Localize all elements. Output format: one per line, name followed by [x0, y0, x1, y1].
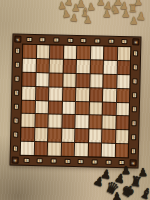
- square-a1[interactable]: [21, 142, 34, 155]
- border-ornament: §: [108, 39, 114, 44]
- square-h5[interactable]: [117, 89, 130, 102]
- square-b3[interactable]: [35, 114, 48, 127]
- square-a7[interactable]: [23, 59, 36, 72]
- square-c4[interactable]: [49, 101, 62, 114]
- border-ornament: §: [15, 62, 20, 68]
- square-g1[interactable]: [102, 144, 115, 157]
- square-c5[interactable]: [49, 87, 62, 100]
- square-a5[interactable]: [22, 86, 35, 99]
- square-h8[interactable]: [117, 47, 130, 60]
- square-d5[interactable]: [63, 87, 76, 100]
- square-b4[interactable]: [35, 101, 48, 114]
- square-f1[interactable]: [88, 143, 101, 156]
- square-h7[interactable]: [117, 61, 130, 74]
- square-g6[interactable]: [103, 74, 116, 87]
- border-ornament: §: [121, 39, 127, 44]
- border-ornament: §: [37, 158, 43, 163]
- white-pawn-offboard[interactable]: ♟: [133, 0, 143, 7]
- square-c7[interactable]: [50, 59, 63, 72]
- square-d3[interactable]: [62, 115, 75, 128]
- border-corner-ornament: ✳: [12, 157, 19, 164]
- square-c6[interactable]: [49, 73, 62, 86]
- square-f8[interactable]: [90, 46, 103, 59]
- square-g7[interactable]: [104, 61, 117, 74]
- black-pawn-offboard[interactable]: ♟: [112, 190, 123, 200]
- white-pawn-offboard[interactable]: ♟: [69, 12, 79, 24]
- square-a2[interactable]: [21, 128, 34, 141]
- border-ornament: §: [131, 134, 136, 140]
- border-ornament: §: [15, 48, 20, 54]
- border-ornament: §: [13, 132, 18, 138]
- square-f3[interactable]: [89, 116, 102, 129]
- square-c1[interactable]: [48, 143, 61, 156]
- square-d1[interactable]: [61, 143, 74, 156]
- square-b7[interactable]: [36, 59, 49, 72]
- border-ornament: §: [14, 104, 19, 110]
- border-ornament: §: [133, 64, 138, 70]
- border-ornament: §: [132, 78, 137, 84]
- square-b2[interactable]: [35, 128, 48, 141]
- square-c2[interactable]: [48, 129, 61, 142]
- border-ornament: §: [65, 159, 71, 164]
- square-d7[interactable]: [63, 60, 76, 73]
- square-b6[interactable]: [36, 73, 49, 86]
- square-e2[interactable]: [75, 129, 88, 142]
- border-ornament: §: [13, 118, 18, 124]
- square-h2[interactable]: [116, 130, 129, 143]
- square-d2[interactable]: [62, 129, 75, 142]
- border-ornament: §: [80, 38, 86, 43]
- border-ornament: §: [53, 37, 59, 42]
- square-h6[interactable]: [117, 75, 130, 88]
- square-c8[interactable]: [50, 45, 63, 58]
- square-e3[interactable]: [75, 115, 88, 128]
- square-d8[interactable]: [63, 46, 76, 59]
- square-h4[interactable]: [116, 102, 129, 115]
- border-ornament: §: [39, 37, 45, 42]
- border-ornament: §: [132, 92, 137, 98]
- square-e7[interactable]: [77, 60, 90, 73]
- square-a4[interactable]: [22, 100, 35, 113]
- border-ornament: §: [51, 158, 57, 163]
- square-g3[interactable]: [102, 116, 115, 129]
- square-h1[interactable]: [115, 144, 128, 157]
- border-ornament: §: [92, 159, 98, 164]
- square-f4[interactable]: [89, 102, 102, 115]
- square-g5[interactable]: [103, 88, 116, 101]
- square-c3[interactable]: [48, 115, 61, 128]
- square-b1[interactable]: [34, 142, 47, 155]
- square-a8[interactable]: [23, 45, 36, 58]
- chess-board: §§§§§§§§§§§§§§§§§§§§§§§§§§§§§§§§✳✳✳✳: [11, 35, 141, 168]
- square-d6[interactable]: [63, 73, 76, 86]
- border-ornament: §: [133, 50, 138, 56]
- white-pawn-offboard[interactable]: ♟: [130, 15, 139, 26]
- board-grid: [20, 44, 132, 158]
- border-ornament: §: [14, 76, 19, 82]
- square-g4[interactable]: [103, 102, 116, 115]
- square-a6[interactable]: [22, 73, 35, 86]
- black-pawn-offboard[interactable]: ♟: [121, 164, 131, 177]
- square-g8[interactable]: [104, 47, 117, 60]
- border-ornament: §: [78, 159, 84, 164]
- square-g2[interactable]: [102, 130, 115, 143]
- square-f5[interactable]: [90, 88, 103, 101]
- border-ornament: §: [131, 148, 136, 154]
- square-b5[interactable]: [36, 87, 49, 100]
- border-ornament: §: [13, 146, 18, 152]
- border-ornament: §: [132, 106, 137, 112]
- square-f6[interactable]: [90, 74, 103, 87]
- black-pawn-offboard[interactable]: ♟: [138, 166, 148, 179]
- square-f2[interactable]: [89, 130, 102, 143]
- square-e6[interactable]: [76, 74, 89, 87]
- border-ornament: §: [94, 38, 100, 43]
- square-a3[interactable]: [21, 114, 34, 127]
- border-ornament: §: [67, 38, 73, 43]
- square-d4[interactable]: [62, 101, 75, 114]
- border-ornament: §: [24, 158, 30, 163]
- square-e5[interactable]: [76, 88, 89, 101]
- border-corner-ornament: ✳: [132, 38, 139, 45]
- white-pawn-offboard[interactable]: ♟: [84, 14, 93, 25]
- border-ornament: §: [106, 160, 112, 165]
- square-e1[interactable]: [75, 143, 88, 156]
- border-ornament: §: [131, 120, 136, 126]
- square-b8[interactable]: [36, 45, 49, 58]
- square-e4[interactable]: [76, 102, 89, 115]
- square-f7[interactable]: [90, 60, 103, 73]
- white-pawn-offboard[interactable]: ♟: [86, 1, 96, 13]
- chess-photo-scene: §§§§§§§§§§§§§§§§§§§§§§§§§§§§§§§§✳✳✳✳ ♟♟♟…: [0, 0, 150, 200]
- border-ornament: §: [26, 37, 32, 42]
- square-e8[interactable]: [77, 46, 90, 59]
- border-corner-ornament: ✳: [14, 36, 21, 43]
- border-ornament: §: [14, 90, 19, 96]
- square-h3[interactable]: [116, 116, 129, 129]
